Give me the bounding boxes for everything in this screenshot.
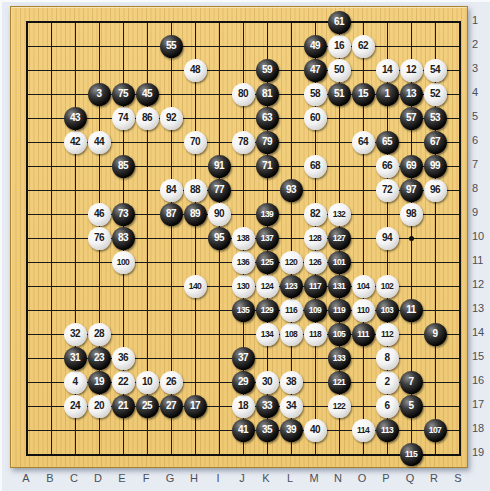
- row-label-6: 6: [469, 134, 489, 146]
- row-label-3: 3: [469, 62, 489, 74]
- stone-white-40: 40: [304, 419, 327, 442]
- stone-black-71: 71: [256, 155, 279, 178]
- stone-black-125: 125: [256, 251, 279, 274]
- stone-black-19: 19: [88, 371, 111, 394]
- stone-black-69: 69: [400, 155, 423, 178]
- column-label-K: K: [257, 472, 275, 484]
- stone-black-103: 103: [376, 299, 399, 322]
- stone-black-47: 47: [304, 59, 327, 82]
- go-game-diagram: 1234567891011121314151617181920212223242…: [0, 0, 490, 491]
- stone-black-111: 111: [352, 323, 375, 346]
- stone-white-30: 30: [256, 371, 279, 394]
- column-label-E: E: [113, 472, 131, 484]
- column-label-H: H: [185, 472, 203, 484]
- stone-black-27: 27: [160, 395, 183, 418]
- stone-black-139: 139: [256, 203, 279, 226]
- stone-black-91: 91: [208, 155, 231, 178]
- column-label-O: O: [353, 472, 371, 484]
- stone-white-22: 22: [112, 371, 135, 394]
- stone-white-18: 18: [232, 395, 255, 418]
- row-label-12: 12: [469, 278, 489, 290]
- stone-black-135: 135: [232, 299, 255, 322]
- stone-white-130: 130: [232, 275, 255, 298]
- column-label-R: R: [425, 472, 443, 484]
- stone-black-59: 59: [256, 59, 279, 82]
- stone-white-116: 116: [280, 299, 303, 322]
- stone-black-101: 101: [328, 251, 351, 274]
- stone-black-29: 29: [232, 371, 255, 394]
- stone-white-136: 136: [232, 251, 255, 274]
- stone-black-75: 75: [112, 83, 135, 106]
- go-board[interactable]: 1234567891011121314151617181920212223242…: [10, 6, 468, 468]
- stone-black-53: 53: [424, 107, 447, 130]
- stone-white-64: 64: [352, 131, 375, 154]
- stone-black-131: 131: [328, 275, 351, 298]
- stone-black-39: 39: [280, 419, 303, 442]
- stone-white-74: 74: [112, 107, 135, 130]
- stone-white-32: 32: [64, 323, 87, 346]
- stone-white-98: 98: [400, 203, 423, 226]
- stone-white-34: 34: [280, 395, 303, 418]
- stone-black-117: 117: [304, 275, 327, 298]
- stone-white-96: 96: [424, 179, 447, 202]
- stone-white-128: 128: [304, 227, 327, 250]
- stone-white-36: 36: [112, 347, 135, 370]
- stone-black-95: 95: [208, 227, 231, 250]
- stone-white-42: 42: [64, 131, 87, 154]
- stone-black-15: 15: [352, 83, 375, 106]
- stone-black-23: 23: [88, 347, 111, 370]
- stone-black-31: 31: [64, 347, 87, 370]
- stone-black-3: 3: [88, 83, 111, 106]
- stone-white-4: 4: [64, 371, 87, 394]
- stone-white-46: 46: [88, 203, 111, 226]
- stone-black-85: 85: [112, 155, 135, 178]
- stone-black-35: 35: [256, 419, 279, 442]
- stone-black-21: 21: [112, 395, 135, 418]
- stone-white-44: 44: [88, 131, 111, 154]
- row-label-9: 9: [469, 206, 489, 218]
- stone-black-17: 17: [184, 395, 207, 418]
- stone-black-41: 41: [232, 419, 255, 442]
- column-label-P: P: [377, 472, 395, 484]
- stone-white-92: 92: [160, 107, 183, 130]
- stone-white-140: 140: [184, 275, 207, 298]
- stone-white-6: 6: [376, 395, 399, 418]
- stone-white-20: 20: [88, 395, 111, 418]
- stone-white-112: 112: [376, 323, 399, 346]
- column-label-G: G: [161, 472, 179, 484]
- stone-white-126: 126: [304, 251, 327, 274]
- stone-white-26: 26: [160, 371, 183, 394]
- stone-black-13: 13: [400, 83, 423, 106]
- row-label-7: 7: [469, 158, 489, 170]
- star-point: [409, 236, 414, 241]
- row-label-5: 5: [469, 110, 489, 122]
- stone-white-100: 100: [112, 251, 135, 274]
- column-label-N: N: [329, 472, 347, 484]
- stone-white-78: 78: [232, 131, 255, 154]
- stone-black-73: 73: [112, 203, 135, 226]
- stone-white-124: 124: [256, 275, 279, 298]
- stone-black-93: 93: [280, 179, 303, 202]
- column-label-M: M: [305, 472, 323, 484]
- stone-white-28: 28: [88, 323, 111, 346]
- stone-white-72: 72: [376, 179, 399, 202]
- column-label-J: J: [233, 472, 251, 484]
- stone-white-94: 94: [376, 227, 399, 250]
- stone-black-51: 51: [328, 83, 351, 106]
- stone-white-138: 138: [232, 227, 255, 250]
- stone-white-48: 48: [184, 59, 207, 82]
- stone-white-114: 114: [352, 419, 375, 442]
- stone-white-14: 14: [376, 59, 399, 82]
- column-label-L: L: [281, 472, 299, 484]
- stone-black-81: 81: [256, 83, 279, 106]
- stone-white-118: 118: [304, 323, 327, 346]
- stone-black-1: 1: [376, 83, 399, 106]
- stone-white-134: 134: [256, 323, 279, 346]
- stone-black-45: 45: [136, 83, 159, 106]
- stone-black-113: 113: [376, 419, 399, 442]
- stone-black-107: 107: [424, 419, 447, 442]
- stone-black-11: 11: [400, 299, 423, 322]
- stone-black-123: 123: [280, 275, 303, 298]
- stone-white-66: 66: [376, 155, 399, 178]
- stone-black-121: 121: [328, 371, 351, 394]
- stone-white-90: 90: [208, 203, 231, 226]
- column-label-F: F: [137, 472, 155, 484]
- stone-white-82: 82: [304, 203, 327, 226]
- stone-black-127: 127: [328, 227, 351, 250]
- stone-black-119: 119: [328, 299, 351, 322]
- stone-black-67: 67: [424, 131, 447, 154]
- column-label-I: I: [209, 472, 227, 484]
- stone-black-137: 137: [256, 227, 279, 250]
- stone-black-129: 129: [256, 299, 279, 322]
- row-label-15: 15: [469, 350, 489, 362]
- stone-black-57: 57: [400, 107, 423, 130]
- stone-white-68: 68: [304, 155, 327, 178]
- stone-black-61: 61: [328, 11, 351, 34]
- stone-black-43: 43: [64, 107, 87, 130]
- row-label-16: 16: [469, 374, 489, 386]
- stone-black-55: 55: [160, 35, 183, 58]
- stone-black-33: 33: [256, 395, 279, 418]
- stone-black-105: 105: [328, 323, 351, 346]
- stone-black-87: 87: [160, 203, 183, 226]
- row-label-10: 10: [469, 230, 489, 242]
- column-label-S: S: [449, 472, 467, 484]
- stone-white-88: 88: [184, 179, 207, 202]
- stone-white-76: 76: [88, 227, 111, 250]
- stone-white-108: 108: [280, 323, 303, 346]
- stone-white-70: 70: [184, 131, 207, 154]
- column-label-C: C: [65, 472, 83, 484]
- stone-black-99: 99: [424, 155, 447, 178]
- stone-white-122: 122: [328, 395, 351, 418]
- stone-black-65: 65: [376, 131, 399, 154]
- stone-white-60: 60: [304, 107, 327, 130]
- stone-black-5: 5: [400, 395, 423, 418]
- row-label-11: 11: [469, 254, 489, 266]
- stone-black-25: 25: [136, 395, 159, 418]
- stone-white-84: 84: [160, 179, 183, 202]
- stone-white-54: 54: [424, 59, 447, 82]
- stone-black-115: 115: [400, 443, 423, 466]
- row-label-17: 17: [469, 398, 489, 410]
- stone-white-62: 62: [352, 35, 375, 58]
- column-label-D: D: [89, 472, 107, 484]
- row-label-8: 8: [469, 182, 489, 194]
- stone-white-104: 104: [352, 275, 375, 298]
- stone-black-79: 79: [256, 131, 279, 154]
- stone-white-12: 12: [400, 59, 423, 82]
- stone-white-10: 10: [136, 371, 159, 394]
- stone-black-63: 63: [256, 107, 279, 130]
- row-label-19: 19: [469, 446, 489, 458]
- stone-white-2: 2: [376, 371, 399, 394]
- stone-white-102: 102: [376, 275, 399, 298]
- stone-white-24: 24: [64, 395, 87, 418]
- column-label-A: A: [17, 472, 35, 484]
- stone-black-49: 49: [304, 35, 327, 58]
- stone-black-77: 77: [208, 179, 231, 202]
- stone-black-89: 89: [184, 203, 207, 226]
- row-label-4: 4: [469, 86, 489, 98]
- stone-black-109: 109: [304, 299, 327, 322]
- stone-black-83: 83: [112, 227, 135, 250]
- stone-white-8: 8: [376, 347, 399, 370]
- row-label-13: 13: [469, 302, 489, 314]
- stone-black-37: 37: [232, 347, 255, 370]
- stone-white-80: 80: [232, 83, 255, 106]
- stone-white-132: 132: [328, 203, 351, 226]
- stone-white-50: 50: [328, 59, 351, 82]
- column-label-Q: Q: [401, 472, 419, 484]
- stone-black-7: 7: [400, 371, 423, 394]
- row-label-14: 14: [469, 326, 489, 338]
- stone-white-52: 52: [424, 83, 447, 106]
- stone-white-38: 38: [280, 371, 303, 394]
- row-label-1: 1: [469, 14, 489, 26]
- stone-black-97: 97: [400, 179, 423, 202]
- stone-white-16: 16: [328, 35, 351, 58]
- stone-white-110: 110: [352, 299, 375, 322]
- stone-white-120: 120: [280, 251, 303, 274]
- column-label-B: B: [41, 472, 59, 484]
- row-label-2: 2: [469, 38, 489, 50]
- stone-black-9: 9: [424, 323, 447, 346]
- stone-black-133: 133: [328, 347, 351, 370]
- row-label-18: 18: [469, 422, 489, 434]
- stone-white-58: 58: [304, 83, 327, 106]
- stone-white-86: 86: [136, 107, 159, 130]
